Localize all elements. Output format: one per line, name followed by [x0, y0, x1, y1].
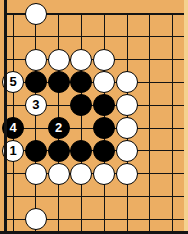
grid-vline	[81, 13, 82, 231]
white-stone	[70, 163, 92, 185]
right-margin-strip	[184, 0, 188, 234]
grid-hline	[4, 196, 184, 197]
black-stone	[70, 71, 92, 93]
grid-vline	[172, 13, 173, 231]
black-stone	[25, 71, 47, 93]
white-stone-move-3: 3	[25, 94, 47, 116]
grid-vline	[35, 13, 36, 231]
black-stone	[70, 140, 92, 162]
white-stone	[25, 208, 47, 230]
board-left-edge	[4, 0, 7, 234]
white-stone	[116, 163, 138, 185]
grid-vline	[149, 13, 150, 231]
white-stone	[93, 49, 115, 71]
black-stone	[25, 140, 47, 162]
go-board: 53421	[0, 0, 188, 234]
black-stone	[48, 140, 70, 162]
black-stone	[93, 94, 115, 116]
white-stone	[25, 49, 47, 71]
white-stone	[93, 163, 115, 185]
white-stone	[48, 49, 70, 71]
black-stone	[93, 117, 115, 139]
black-stone	[70, 94, 92, 116]
black-stone	[93, 140, 115, 162]
white-stone	[116, 71, 138, 93]
black-stone-move-2: 2	[48, 117, 70, 139]
white-stone	[70, 49, 92, 71]
grid-hline	[4, 36, 184, 37]
white-stone	[25, 3, 47, 25]
white-stone	[48, 163, 70, 185]
board-bottom-edge	[0, 231, 188, 234]
black-stone	[48, 71, 70, 93]
white-stone	[25, 163, 47, 185]
white-stone	[116, 94, 138, 116]
white-stone	[116, 117, 138, 139]
white-stone	[116, 140, 138, 162]
white-stone	[93, 71, 115, 93]
